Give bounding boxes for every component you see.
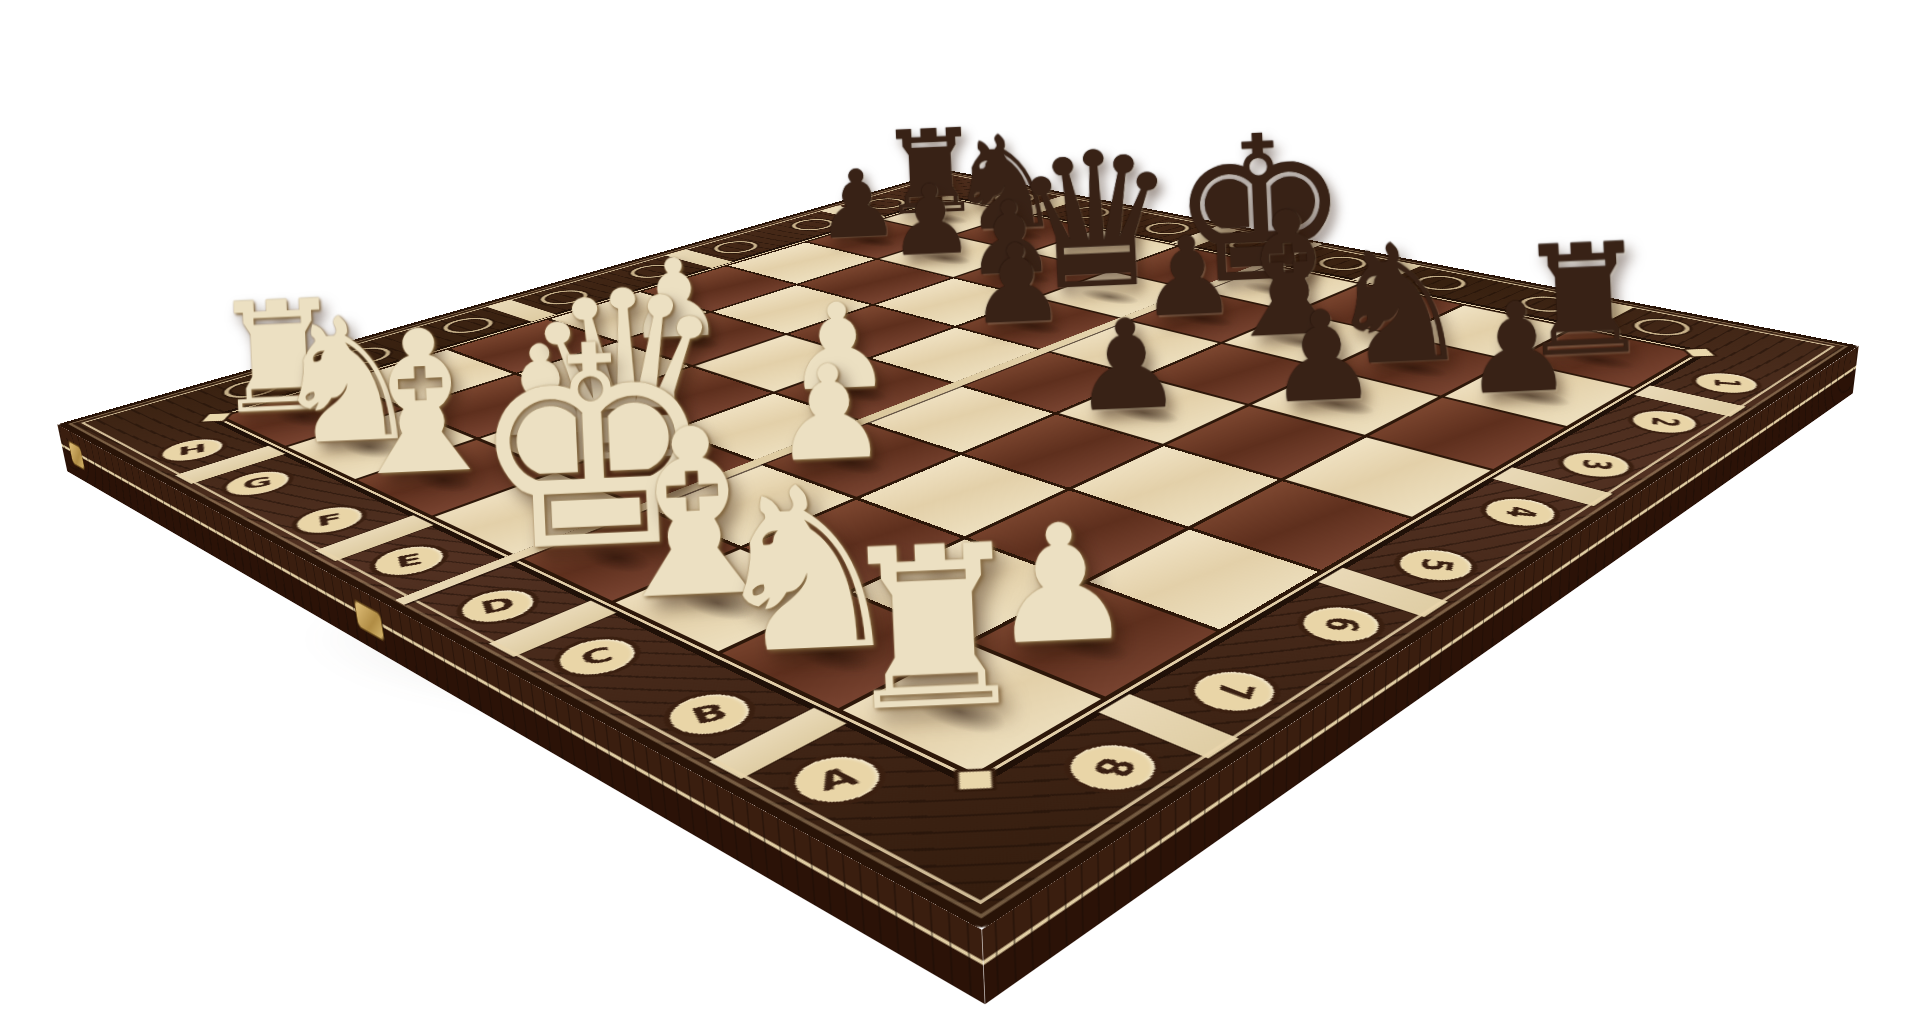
camera-tilt: ♜♞♚♜♟♟♟♛♟♝♞♟♟♟♟♟♟♟♟♛♟♜♞♝♚♝♞♜ HGFEDCBA123… — [930, 0, 986, 1022]
border-rosette — [1407, 273, 1475, 293]
border-rosette — [1512, 294, 1582, 315]
file-label-F: F — [286, 502, 374, 538]
border-rosette — [532, 288, 597, 307]
border-inlay-strip — [1493, 467, 1613, 506]
border-inlay-strip — [1099, 694, 1239, 759]
square-f6 — [593, 367, 771, 429]
border-rosette — [857, 196, 913, 210]
border-rosette — [1310, 254, 1375, 272]
brass-latch — [355, 601, 384, 640]
rank-label-3: 3 — [1552, 448, 1640, 481]
border-rosette — [1059, 205, 1117, 220]
piece-white-knight: ♞ — [722, 594, 965, 708]
file-label-C: C — [545, 633, 649, 682]
border-rosette — [706, 239, 766, 256]
file-label-A: A — [778, 749, 896, 812]
rank-label-8: 8 — [1054, 737, 1172, 799]
rank-label-6: 6 — [1289, 601, 1393, 648]
border-inlay-strip — [1634, 385, 1746, 416]
file-label-D: D — [449, 584, 547, 628]
rank-label-5: 5 — [1387, 544, 1485, 586]
border-inlay-strip — [175, 446, 285, 484]
border-rosette — [1137, 220, 1197, 236]
border-rosette — [1625, 316, 1698, 339]
rank-label-7: 7 — [1179, 665, 1289, 719]
rank-label-1: 1 — [1686, 370, 1766, 397]
border-rosette — [329, 344, 399, 367]
border-rosette — [434, 315, 502, 336]
file-label-B: B — [654, 687, 764, 742]
border-rosette — [215, 376, 288, 401]
file-label-H: H — [153, 435, 233, 465]
file-label-G: G — [216, 467, 300, 500]
border-inlay-strip — [1563, 301, 1634, 329]
border-rosette — [784, 217, 842, 232]
border-inlay-strip — [489, 601, 616, 657]
square-b8: ♞ — [722, 594, 965, 708]
border-rosette — [622, 262, 685, 280]
border-corner-diamond — [942, 196, 958, 201]
border-inlay-strip — [315, 515, 433, 561]
border-inlay-strip — [709, 708, 846, 779]
file-label-E: E — [363, 541, 456, 581]
chess-set-photo: ♜♞♚♜♟♟♟♛♟♝♞♟♟♟♟♟♟♟♟♛♟♜♞♝♚♝♞♜ HGFEDCBA123… — [0, 0, 1908, 1030]
border-inlay-strip — [1318, 568, 1448, 617]
piece-white-bishop: ♝ — [358, 440, 553, 516]
square-f8: ♝ — [358, 440, 553, 516]
rank-label-2: 2 — [1622, 407, 1706, 437]
brass-hinge — [69, 442, 85, 469]
border-rosette — [1220, 237, 1283, 254]
rank-label-4: 4 — [1474, 494, 1567, 531]
border-rosette — [987, 191, 1043, 205]
